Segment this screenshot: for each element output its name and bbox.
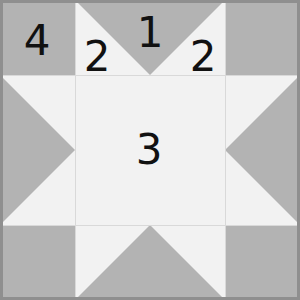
quilt-block-diagram: 4 1 2 2 3 [0,0,300,300]
piece-label-sky-left-2: 2 [84,36,111,78]
piece-label-corner-4: 4 [24,20,51,62]
piece-label-goose-1: 1 [137,12,164,54]
piece-label-center-3: 3 [136,129,163,171]
piece-label-sky-right-2: 2 [190,36,217,78]
